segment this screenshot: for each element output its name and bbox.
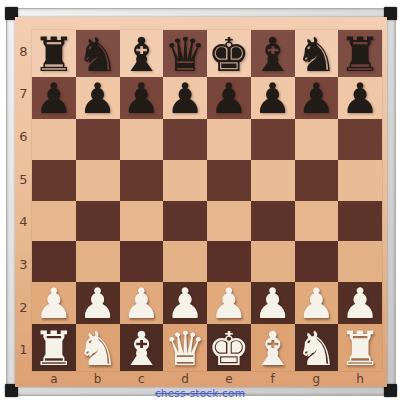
square-g1[interactable]: ♞ — [295, 324, 339, 371]
white-pawn-b2: ♟ — [79, 283, 117, 325]
square-f3[interactable] — [251, 241, 295, 282]
square-f1[interactable]: ♝ — [251, 324, 295, 371]
square-b5[interactable] — [76, 160, 120, 201]
board-rank-7: ♟♟♟♟♟♟♟♟ — [32, 77, 382, 119]
black-pawn-g7: ♟ — [298, 78, 336, 120]
black-king-e8: ♚ — [208, 31, 250, 78]
square-d3[interactable] — [163, 241, 207, 282]
square-g5[interactable] — [295, 160, 339, 201]
black-pawn-h7: ♟ — [341, 78, 379, 120]
rank-label-4: 4 — [15, 201, 32, 244]
square-a1[interactable]: ♜ — [32, 324, 76, 371]
white-pawn-f2: ♟ — [254, 283, 292, 325]
white-rook-h1: ♜ — [339, 325, 381, 372]
black-pawn-a7: ♟ — [35, 78, 73, 120]
white-knight-g1: ♞ — [295, 325, 337, 372]
square-f6[interactable] — [251, 119, 295, 160]
square-d7[interactable]: ♟ — [163, 77, 207, 119]
rank-labels: 87654321 — [15, 30, 32, 371]
white-pawn-c2: ♟ — [123, 283, 161, 325]
black-queen-d8: ♛ — [164, 31, 206, 78]
rank-label-1: 1 — [15, 328, 32, 371]
square-a5[interactable] — [32, 160, 76, 201]
square-h8[interactable]: ♜ — [338, 30, 382, 77]
board-rank-5 — [32, 160, 382, 201]
square-f2[interactable]: ♟ — [251, 282, 295, 324]
white-king-e1: ♚ — [208, 325, 250, 372]
square-b3[interactable] — [76, 241, 120, 282]
square-c8[interactable]: ♝ — [120, 30, 164, 77]
white-queen-d1: ♛ — [164, 325, 206, 372]
black-pawn-b7: ♟ — [79, 78, 117, 120]
black-knight-b8: ♞ — [77, 31, 119, 78]
square-h7[interactable]: ♟ — [338, 77, 382, 119]
square-b7[interactable]: ♟ — [76, 77, 120, 119]
square-e1[interactable]: ♚ — [207, 324, 251, 371]
square-a2[interactable]: ♟ — [32, 282, 76, 324]
black-pawn-f7: ♟ — [254, 78, 292, 120]
rank-label-2: 2 — [15, 286, 32, 329]
square-c6[interactable] — [120, 119, 164, 160]
square-e6[interactable] — [207, 119, 251, 160]
square-a7[interactable]: ♟ — [32, 77, 76, 119]
square-g7[interactable]: ♟ — [295, 77, 339, 119]
square-g4[interactable] — [295, 201, 339, 242]
rank-label-3: 3 — [15, 243, 32, 286]
file-label-d: d — [163, 371, 207, 387]
square-g2[interactable]: ♟ — [295, 282, 339, 324]
square-h2[interactable]: ♟ — [338, 282, 382, 324]
white-rook-a1: ♜ — [33, 325, 75, 372]
white-bishop-f1: ♝ — [252, 325, 294, 372]
square-h6[interactable] — [338, 119, 382, 160]
square-e8[interactable]: ♚ — [207, 30, 251, 77]
square-d2[interactable]: ♟ — [163, 282, 207, 324]
file-label-h: h — [338, 371, 382, 387]
board-rank-6 — [32, 119, 382, 160]
black-pawn-c7: ♟ — [123, 78, 161, 120]
square-e4[interactable] — [207, 201, 251, 242]
board-rank-4 — [32, 201, 382, 242]
white-pawn-g2: ♟ — [298, 283, 336, 325]
chess-board-grid: ♜♞♝♛♚♝♞♜♟♟♟♟♟♟♟♟♟♟♟♟♟♟♟♟♜♞♝♛♚♝♞♜ — [32, 30, 382, 371]
square-c1[interactable]: ♝ — [120, 324, 164, 371]
square-d1[interactable]: ♛ — [163, 324, 207, 371]
square-e2[interactable]: ♟ — [207, 282, 251, 324]
black-knight-g8: ♞ — [295, 31, 337, 78]
square-c2[interactable]: ♟ — [120, 282, 164, 324]
square-d4[interactable] — [163, 201, 207, 242]
demonstration-chessboard-photo: 87654321 ♜♞♝♛♚♝♞♜♟♟♟♟♟♟♟♟♟♟♟♟♟♟♟♟♜♞♝♛♚♝♞… — [0, 0, 400, 400]
black-bishop-c8: ♝ — [120, 31, 162, 78]
square-b4[interactable] — [76, 201, 120, 242]
square-a3[interactable] — [32, 241, 76, 282]
board-surface: 87654321 ♜♞♝♛♚♝♞♜♟♟♟♟♟♟♟♟♟♟♟♟♟♟♟♟♜♞♝♛♚♝♞… — [15, 17, 387, 387]
square-h1[interactable]: ♜ — [338, 324, 382, 371]
file-labels: abcdefgh — [32, 371, 382, 387]
board-rank-8: ♜♞♝♛♚♝♞♜ — [32, 30, 382, 77]
square-c3[interactable] — [120, 241, 164, 282]
square-f5[interactable] — [251, 160, 295, 201]
square-g3[interactable] — [295, 241, 339, 282]
white-pawn-a2: ♟ — [35, 283, 73, 325]
square-h4[interactable] — [338, 201, 382, 242]
board-rank-2: ♟♟♟♟♟♟♟♟ — [32, 282, 382, 324]
square-d8[interactable]: ♛ — [163, 30, 207, 77]
white-knight-b1: ♞ — [77, 325, 119, 372]
file-label-c: c — [120, 371, 164, 387]
square-d6[interactable] — [163, 119, 207, 160]
board-frame: 87654321 ♜♞♝♛♚♝♞♜♟♟♟♟♟♟♟♟♟♟♟♟♟♟♟♟♜♞♝♛♚♝♞… — [6, 8, 396, 396]
black-pawn-d7: ♟ — [166, 78, 204, 120]
rank-label-5: 5 — [15, 158, 32, 201]
rank-label-8: 8 — [15, 30, 32, 73]
square-g8[interactable]: ♞ — [295, 30, 339, 77]
square-h3[interactable] — [338, 241, 382, 282]
square-b1[interactable]: ♞ — [76, 324, 120, 371]
black-bishop-f8: ♝ — [252, 31, 294, 78]
white-pawn-d2: ♟ — [166, 283, 204, 325]
square-d5[interactable] — [163, 160, 207, 201]
square-b2[interactable]: ♟ — [76, 282, 120, 324]
square-g6[interactable] — [295, 119, 339, 160]
square-a4[interactable] — [32, 201, 76, 242]
square-c5[interactable] — [120, 160, 164, 201]
square-c4[interactable] — [120, 201, 164, 242]
rank-label-6: 6 — [15, 115, 32, 158]
square-a6[interactable] — [32, 119, 76, 160]
file-label-f: f — [251, 371, 295, 387]
square-f4[interactable] — [251, 201, 295, 242]
square-f8[interactable]: ♝ — [251, 30, 295, 77]
square-h5[interactable] — [338, 160, 382, 201]
white-bishop-c1: ♝ — [120, 325, 162, 372]
square-a8[interactable]: ♜ — [32, 30, 76, 77]
square-c7[interactable]: ♟ — [120, 77, 164, 119]
white-pawn-e2: ♟ — [210, 283, 248, 325]
rank-label-7: 7 — [15, 73, 32, 116]
white-pawn-h2: ♟ — [341, 283, 379, 325]
square-e3[interactable] — [207, 241, 251, 282]
file-label-b: b — [76, 371, 120, 387]
square-e5[interactable] — [207, 160, 251, 201]
file-label-e: e — [207, 371, 251, 387]
black-rook-h8: ♜ — [339, 31, 381, 78]
file-label-a: a — [32, 371, 76, 387]
square-e7[interactable]: ♟ — [207, 77, 251, 119]
square-b6[interactable] — [76, 119, 120, 160]
black-pawn-e7: ♟ — [210, 78, 248, 120]
board-rank-1: ♜♞♝♛♚♝♞♜ — [32, 324, 382, 371]
square-b8[interactable]: ♞ — [76, 30, 120, 77]
black-rook-a8: ♜ — [33, 31, 75, 78]
board-rank-3 — [32, 241, 382, 282]
file-label-g: g — [295, 371, 339, 387]
watermark: chess-stock.com — [155, 387, 245, 399]
square-f7[interactable]: ♟ — [251, 77, 295, 119]
